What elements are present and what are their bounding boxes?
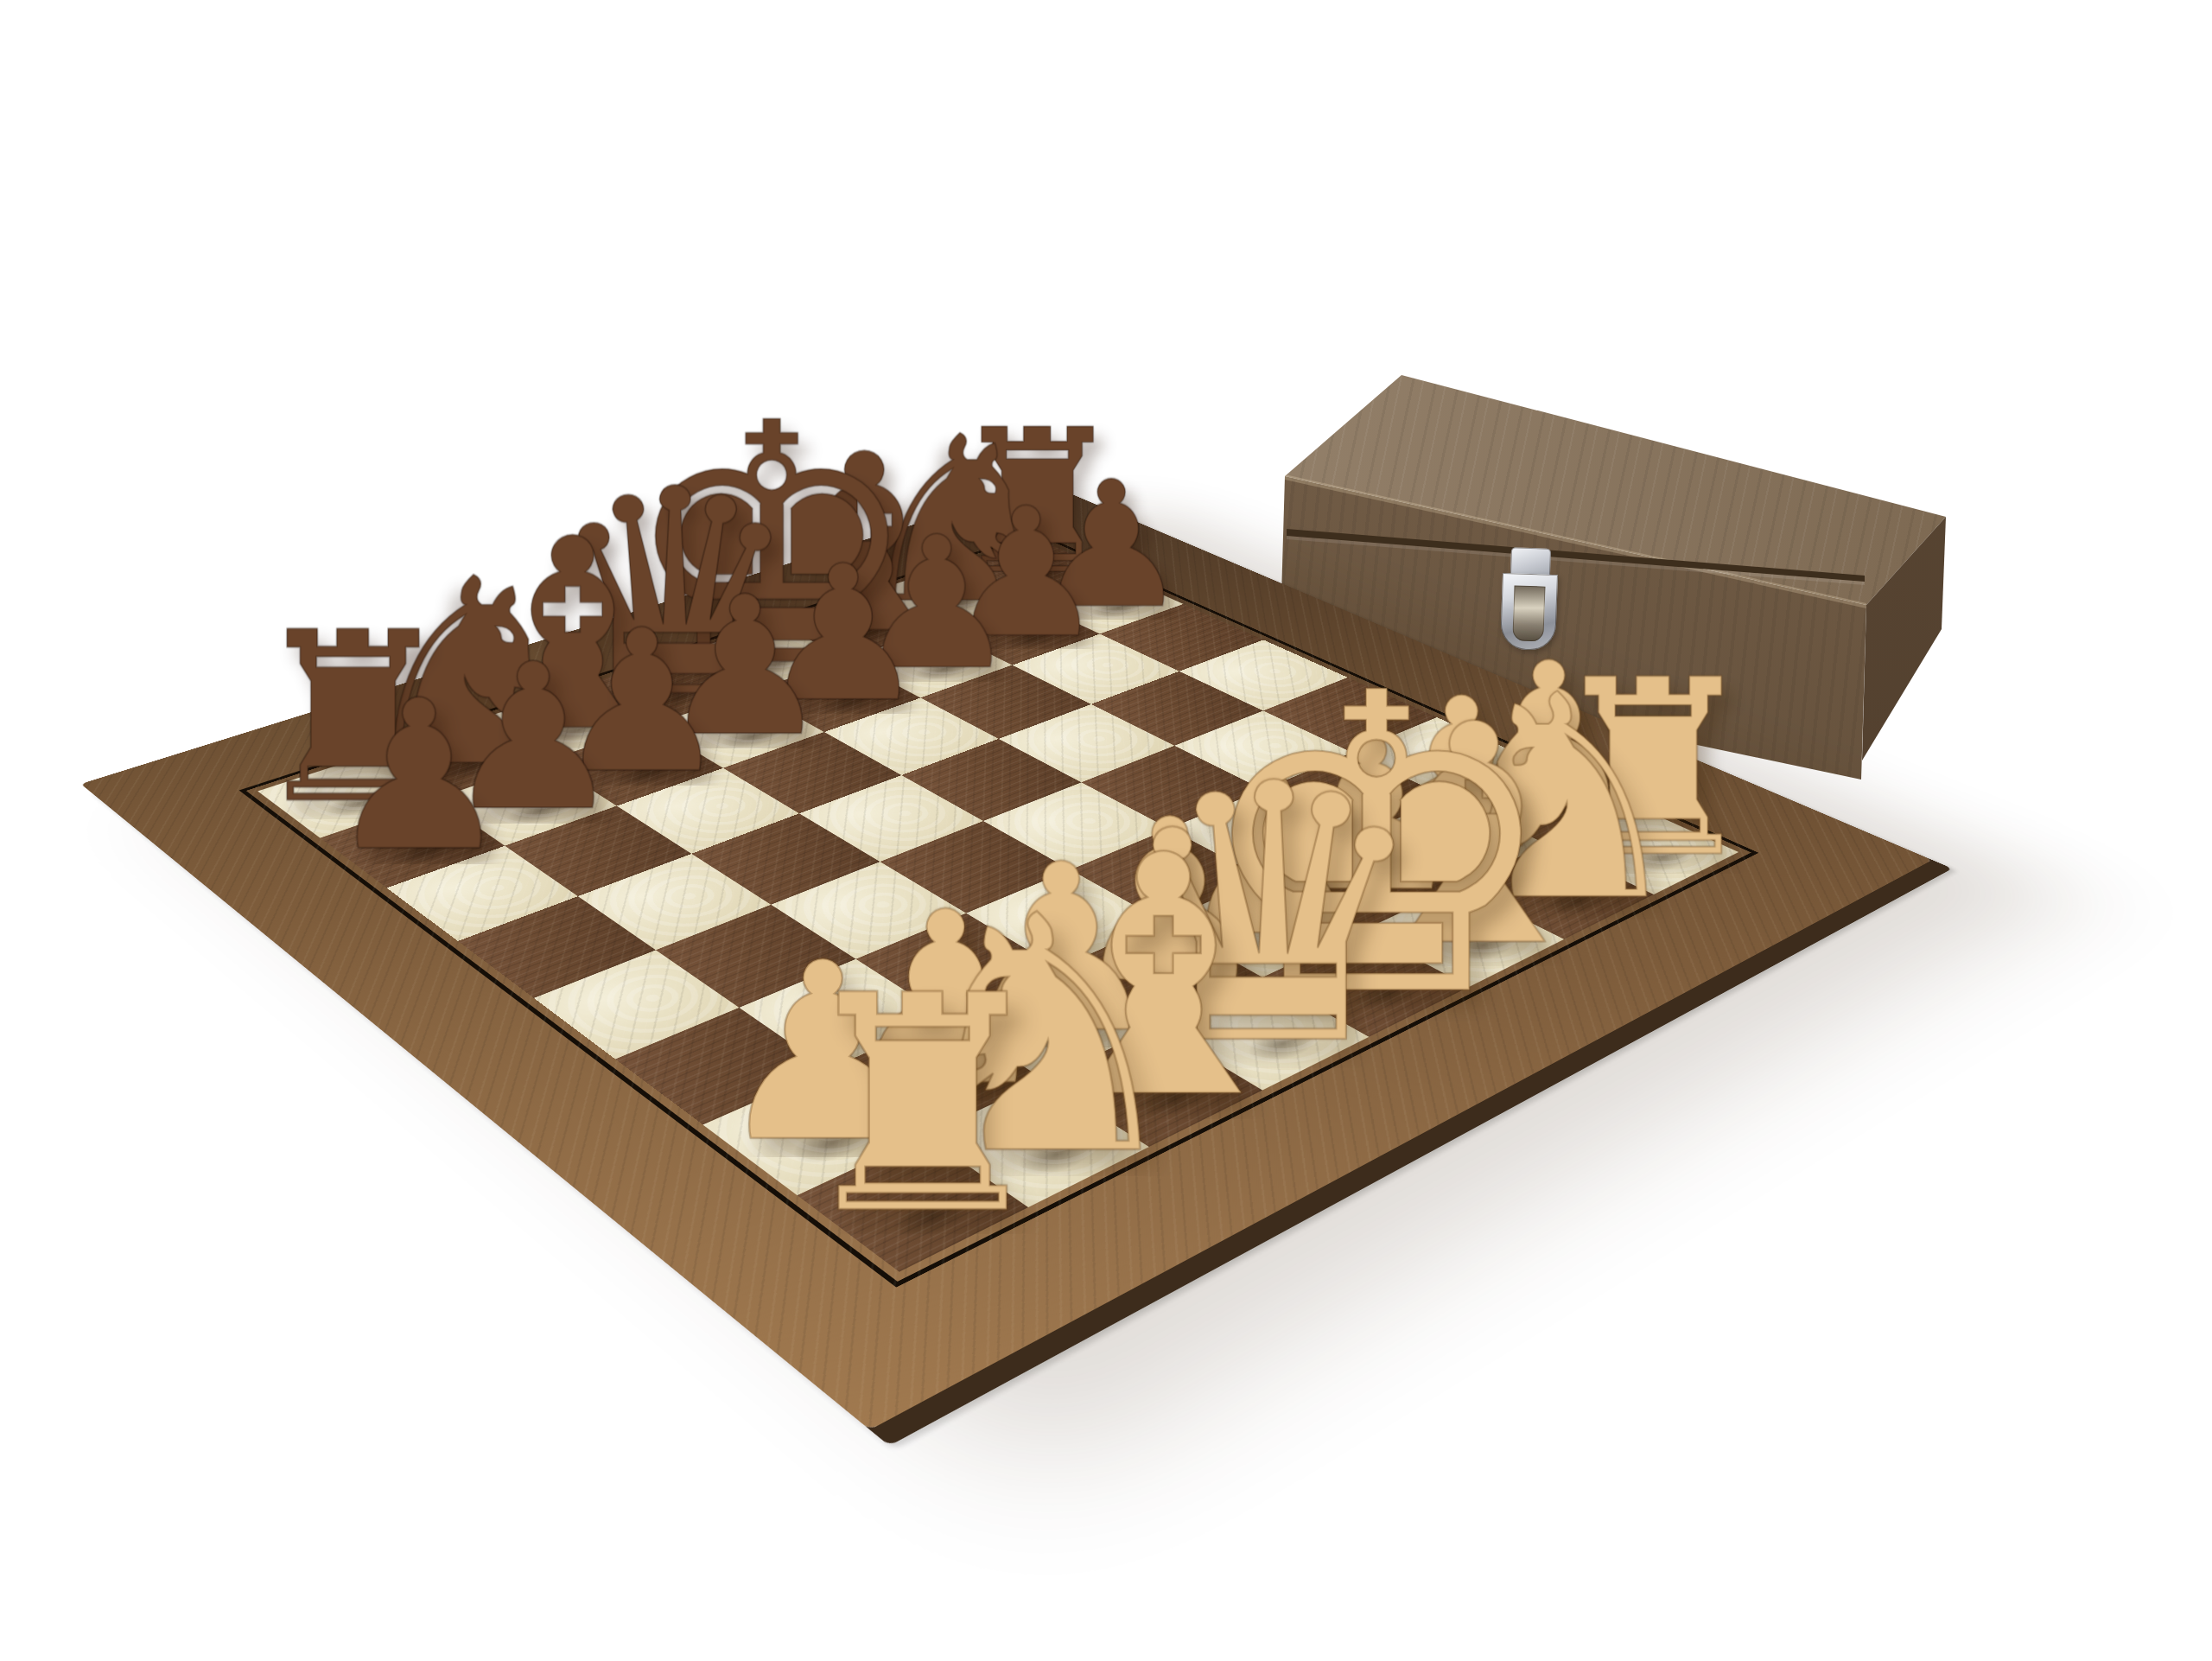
square-b6[interactable] (505, 806, 691, 896)
chessboard-squares-grid: ♜♞♝♛♚♝♞♜♟♟♟♟♟♟♟♟♟♟♟♟♟♟♟♟♜♞♝♛♚♝♞♜ (257, 538, 1738, 1272)
square-a4[interactable] (534, 950, 740, 1059)
square-a5[interactable] (458, 896, 656, 998)
square-g6[interactable] (1013, 634, 1179, 704)
square-a7[interactable]: ♟ (321, 799, 505, 888)
chess-set-photo-scene: ♜♞♝♛♚♝♞♜♟♟♟♟♟♟♟♟♟♟♟♟♟♟♟♟♜♞♝♛♚♝♞♜ (0, 0, 2212, 1661)
square-a1[interactable]: ♜ (798, 1136, 1028, 1271)
piece-white-rook-a1[interactable]: ♜ (789, 958, 1057, 1256)
